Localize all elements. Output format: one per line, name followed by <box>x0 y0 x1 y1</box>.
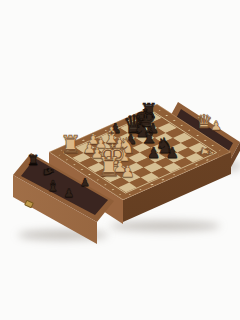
product-photo-chess-set: ♜♚♟♛♞♝♞♟♟♟♟♝♟♞♟♟♟♟♟♚♟♟♜♜♜♞♝♟♟♛♟♝ <box>0 0 240 320</box>
shadow-under-box <box>110 221 220 231</box>
